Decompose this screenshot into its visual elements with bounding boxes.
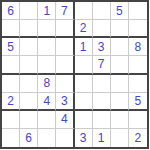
cell-r3c7[interactable] [111,38,129,56]
cell-r2c5[interactable]: 2 [75,20,93,38]
cell-r7c3[interactable] [38,111,56,129]
cell-r8c3[interactable] [38,129,56,147]
cell-r3c4[interactable] [56,38,74,56]
cell-r1c6[interactable] [93,2,111,20]
cell-r2c1[interactable] [2,20,20,38]
cell-r4c8[interactable] [129,56,147,74]
cell-r7c8[interactable] [129,111,147,129]
cell-r6c3[interactable]: 4 [38,93,56,111]
cell-r7c2[interactable] [20,111,38,129]
sudoku-board: 61752513878243546312 [0,0,149,149]
cell-r8c6[interactable]: 1 [93,129,111,147]
cell-r2c4[interactable] [56,20,74,38]
cell-r5c2[interactable] [20,75,38,93]
cell-r6c8[interactable]: 5 [129,93,147,111]
cell-r8c7[interactable] [111,129,129,147]
cell-r8c2[interactable]: 6 [20,129,38,147]
cell-r3c6[interactable]: 3 [93,38,111,56]
cell-r6c7[interactable] [111,93,129,111]
cell-r2c3[interactable] [38,20,56,38]
cell-r5c3[interactable]: 8 [38,75,56,93]
cell-r6c2[interactable] [20,93,38,111]
cell-r4c3[interactable] [38,56,56,74]
cell-r5c8[interactable] [129,75,147,93]
cell-r4c7[interactable] [111,56,129,74]
cell-r8c8[interactable]: 2 [129,129,147,147]
cell-r3c2[interactable] [20,38,38,56]
cell-r5c5[interactable] [75,75,93,93]
cell-r2c8[interactable] [129,20,147,38]
cell-r6c6[interactable] [93,93,111,111]
cell-r3c3[interactable] [38,38,56,56]
cell-r1c7[interactable]: 5 [111,2,129,20]
cell-r5c7[interactable] [111,75,129,93]
cell-r3c8[interactable]: 8 [129,38,147,56]
cell-r8c5[interactable]: 3 [75,129,93,147]
cell-r8c1[interactable] [2,129,20,147]
cell-r2c7[interactable] [111,20,129,38]
cell-r1c8[interactable] [129,2,147,20]
cell-r5c4[interactable] [56,75,74,93]
cell-r7c6[interactable] [93,111,111,129]
cell-r5c1[interactable] [2,75,20,93]
cell-r7c1[interactable] [2,111,20,129]
cell-r3c1[interactable]: 5 [2,38,20,56]
cell-r6c4[interactable]: 3 [56,93,74,111]
cell-r7c5[interactable] [75,111,93,129]
cell-r4c4[interactable] [56,56,74,74]
cell-r6c5[interactable] [75,93,93,111]
cell-r7c4[interactable]: 4 [56,111,74,129]
cell-r1c5[interactable] [75,2,93,20]
cell-r7c7[interactable] [111,111,129,129]
cell-r5c6[interactable] [93,75,111,93]
cell-r4c1[interactable] [2,56,20,74]
cell-r2c6[interactable] [93,20,111,38]
cell-r1c3[interactable]: 1 [38,2,56,20]
cell-r4c5[interactable] [75,56,93,74]
cell-r1c4[interactable]: 7 [56,2,74,20]
cell-r2c2[interactable] [20,20,38,38]
cell-r6c1[interactable]: 2 [2,93,20,111]
cell-r8c4[interactable] [56,129,74,147]
cell-r1c2[interactable] [20,2,38,20]
cell-r4c6[interactable]: 7 [93,56,111,74]
cell-r3c5[interactable]: 1 [75,38,93,56]
cell-r4c2[interactable] [20,56,38,74]
cell-r1c1[interactable]: 6 [2,2,20,20]
